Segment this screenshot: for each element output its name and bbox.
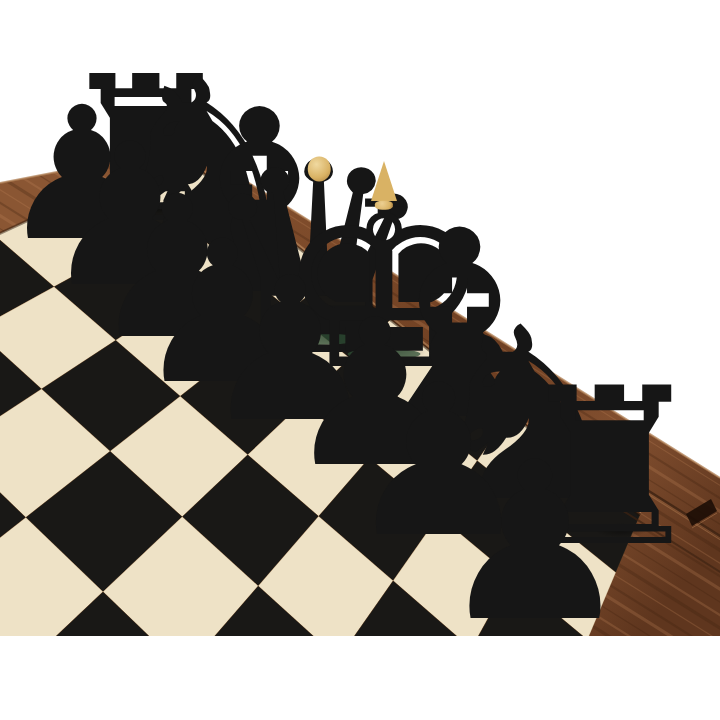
- photo-bottom-margin: [0, 636, 720, 720]
- chess-board: [0, 0, 720, 720]
- chess-set-photo: ♜♞♝♛♚♝♞♜♟♟♟♟♟♟♟♟: [0, 0, 720, 720]
